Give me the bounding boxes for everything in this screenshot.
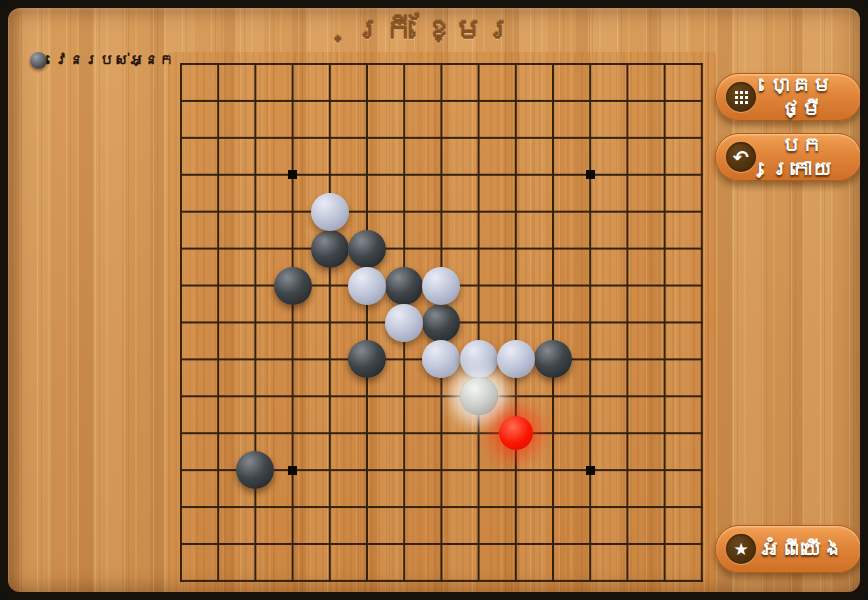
white-stone bbox=[497, 340, 535, 378]
white-stone bbox=[460, 340, 498, 378]
star-icon: ★ bbox=[726, 534, 756, 564]
red-marker bbox=[499, 416, 533, 450]
undo-label: បកក្រោយ bbox=[756, 133, 860, 181]
about-label: អំពីយើង bbox=[756, 537, 860, 561]
new-game-button[interactable]: ហ្គេមថ្មី bbox=[715, 73, 860, 121]
black-stone bbox=[236, 451, 274, 489]
undo-icon: ↶ bbox=[726, 142, 756, 172]
white-stone bbox=[422, 267, 460, 305]
star-point bbox=[586, 170, 595, 179]
wood-background: ក្រី ខ្មែរ វេនរបស់អ្នក ហ្គេមថ្មី ↶ បកក្រ… bbox=[8, 8, 860, 592]
star-point bbox=[288, 466, 297, 475]
about-button[interactable]: ★ អំពីយើង bbox=[715, 525, 860, 573]
undo-button[interactable]: ↶ បកក្រោយ bbox=[715, 133, 860, 181]
black-stone-icon bbox=[30, 52, 47, 69]
black-stone bbox=[534, 340, 572, 378]
star-point bbox=[288, 170, 297, 179]
white-stone bbox=[422, 340, 460, 378]
black-stone bbox=[422, 304, 460, 342]
white-stone bbox=[348, 267, 386, 305]
app-window: ក្រី ខ្មែរ វេនរបស់អ្នក ហ្គេមថ្មី ↶ បកក្រ… bbox=[0, 0, 868, 600]
turn-indicator-label: វេនរបស់អ្នក bbox=[54, 51, 174, 69]
black-stone bbox=[385, 267, 423, 305]
star-point bbox=[586, 466, 595, 475]
grid-icon bbox=[726, 82, 756, 112]
black-stone bbox=[348, 340, 386, 378]
white-stone bbox=[311, 193, 349, 231]
new-game-label: ហ្គេមថ្មី bbox=[756, 73, 860, 121]
white-stone bbox=[385, 304, 423, 342]
app-title: ក្រី ខ្មែរ bbox=[8, 12, 860, 47]
black-stone bbox=[348, 230, 386, 268]
turn-indicator: វេនរបស់អ្នក bbox=[30, 51, 174, 69]
black-stone bbox=[311, 230, 349, 268]
white-stone-last-move bbox=[460, 377, 498, 415]
black-stone bbox=[274, 267, 312, 305]
goban-grid[interactable] bbox=[180, 63, 703, 582]
